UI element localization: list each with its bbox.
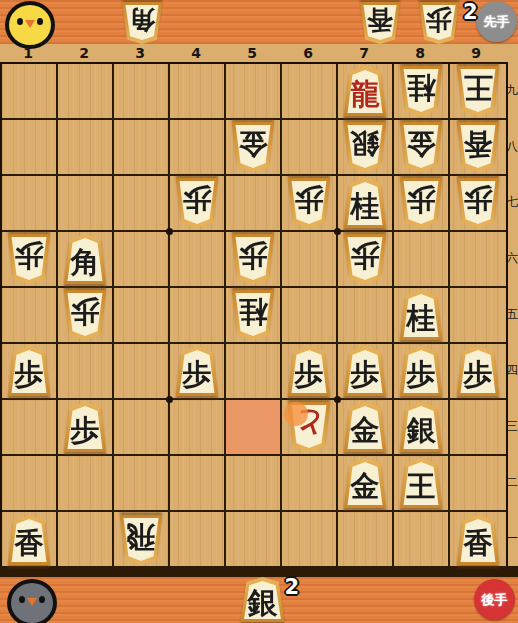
piece-kanji: 歩 [351, 360, 380, 389]
piece-kanji: 歩 [15, 360, 44, 389]
board-cell-8九[interactable]: 桂 [394, 64, 450, 120]
shogi-piece-香[interactable]: 香 [6, 515, 52, 565]
board-cell-5一[interactable] [226, 512, 282, 568]
board-cell-1一[interactable]: 香 [2, 512, 58, 568]
board-cell-4六[interactable] [170, 232, 226, 288]
piece-kanji: 金 [407, 130, 436, 159]
piece-kanji: 香 [367, 7, 393, 33]
board-cell-7五[interactable] [338, 288, 394, 344]
piece-kanji: 香 [464, 130, 493, 159]
board-cell-5四[interactable] [226, 344, 282, 400]
board-cell-7七[interactable]: 桂 [338, 176, 394, 232]
shogi-piece-龍[interactable]: 龍 [342, 66, 388, 116]
board-cell-9九[interactable]: 王 [450, 64, 506, 120]
shogi-piece-歩[interactable]: 歩 [6, 346, 52, 396]
chick-avatar [5, 1, 55, 49]
shogi-piece-金[interactable]: 金 [342, 402, 388, 452]
piece-kanji: 金 [351, 472, 380, 501]
file-label-4: 4 [168, 45, 224, 61]
avatar-beak [27, 598, 37, 606]
board-cell-5八[interactable]: 金 [226, 120, 282, 176]
shogi-piece-王[interactable]: 王 [398, 458, 444, 508]
piece-kanji: 飛 [127, 523, 156, 552]
file-label-6: 6 [280, 45, 336, 61]
board-cell-6九[interactable] [282, 64, 338, 120]
last-move-marker [284, 402, 308, 426]
board-cell-2八[interactable] [58, 120, 114, 176]
file-label-1: 1 [0, 45, 56, 61]
shogi-piece-桂[interactable]: 桂 [398, 66, 444, 116]
board-cell-9六[interactable] [450, 232, 506, 288]
board-cell-2九[interactable] [58, 64, 114, 120]
piece-kanji: 銀 [407, 416, 436, 445]
piece-kanji: 王 [464, 74, 493, 103]
file-label-3: 3 [112, 45, 168, 61]
shogi-piece-歩[interactable]: 歩 [455, 178, 501, 228]
piece-kanji: 桂 [351, 192, 380, 221]
board-cell-7三[interactable]: 金 [338, 400, 394, 456]
shogi-app: 角香歩2 先手 123456789 九八七六五四三二一 龍桂王金銀金香歩歩桂歩歩… [0, 0, 518, 623]
board-cell-3六[interactable] [114, 232, 170, 288]
board-cell-1五[interactable] [2, 288, 58, 344]
board-cell-1三[interactable] [2, 400, 58, 456]
shogi-piece-香[interactable]: 香 [455, 122, 501, 172]
board-cell-6四[interactable]: 歩 [282, 344, 338, 400]
gote-badge: 後手 [474, 579, 515, 620]
piece-kanji: 歩 [15, 242, 44, 271]
shogi-piece-香[interactable]: 香 [358, 2, 402, 44]
shogi-piece-歩[interactable]: 歩 [398, 178, 444, 228]
piece-kanji: 歩 [71, 416, 100, 445]
shogi-piece-歩[interactable]: 歩 [62, 290, 108, 340]
shogi-piece-歩[interactable]: 歩 [286, 346, 332, 396]
board-cell-7二[interactable]: 金 [338, 456, 394, 512]
shogi-piece-金[interactable]: 金 [398, 122, 444, 172]
board-cell-4八[interactable] [170, 120, 226, 176]
shogi-piece-桂[interactable]: 桂 [230, 290, 276, 340]
board-cell-6一[interactable] [282, 512, 338, 568]
board-cell-3九[interactable] [114, 64, 170, 120]
file-label-5: 5 [224, 45, 280, 61]
board-cell-5六[interactable]: 歩 [226, 232, 282, 288]
board-cell-6七[interactable]: 歩 [282, 176, 338, 232]
board-cell-7八[interactable]: 銀 [338, 120, 394, 176]
board-cell-1九[interactable] [2, 64, 58, 120]
piece-kanji: 歩 [183, 360, 212, 389]
piece-kanji: 桂 [407, 74, 436, 103]
hand-count: 2 [285, 575, 300, 599]
file-label-8: 8 [392, 45, 448, 61]
board-cell-7六[interactable]: 歩 [338, 232, 394, 288]
piece-kanji: 桂 [239, 298, 268, 327]
board-cell-9三[interactable] [450, 400, 506, 456]
hoshi-dot [334, 396, 341, 403]
avatar-beak [25, 20, 35, 28]
board-cell-1八[interactable] [2, 120, 58, 176]
piece-kanji: 龍 [351, 80, 380, 109]
board-cell-3七[interactable] [114, 176, 170, 232]
avatar-eye [39, 596, 45, 603]
board-cell-7四[interactable]: 歩 [338, 344, 394, 400]
shogi-piece-歩[interactable]: 歩 [230, 234, 276, 284]
piece-kanji: 王 [407, 472, 436, 501]
board-cell-4三[interactable] [170, 400, 226, 456]
dove-avatar [7, 579, 57, 623]
board-cell-1二[interactable] [2, 456, 58, 512]
shogi-piece-金[interactable]: 金 [342, 458, 388, 508]
hand-count: 2 [463, 0, 478, 24]
shogi-piece-歩[interactable]: 歩 [174, 178, 220, 228]
board-cell-4二[interactable] [170, 456, 226, 512]
board-cell-1七[interactable] [2, 176, 58, 232]
file-label-9: 9 [448, 45, 504, 61]
board-cell-1六[interactable]: 歩 [2, 232, 58, 288]
board-cell-2六[interactable]: 角 [58, 232, 114, 288]
board-cell-3八[interactable] [114, 120, 170, 176]
shogi-piece-香[interactable]: 香 [455, 515, 501, 565]
piece-kanji: 金 [351, 416, 380, 445]
piece-kanji: 歩 [239, 242, 268, 271]
piece-kanji: 歩 [295, 360, 324, 389]
shogi-piece-歩[interactable]: 歩 [398, 346, 444, 396]
shogi-piece-歩[interactable]: 歩 [286, 178, 332, 228]
board-cell-8六[interactable] [394, 232, 450, 288]
file-labels: 123456789 [0, 44, 506, 62]
piece-kanji: 香 [15, 529, 44, 558]
board-cell-4五[interactable] [170, 288, 226, 344]
board-cell-3二[interactable] [114, 456, 170, 512]
shogi-piece-銀[interactable]: 銀 [342, 122, 388, 172]
board-cell-2三[interactable]: 歩 [58, 400, 114, 456]
board-cell-4七[interactable]: 歩 [170, 176, 226, 232]
shogi-piece-歩[interactable]: 歩 [6, 234, 52, 284]
hoshi-dot [334, 228, 341, 235]
board-grid: 龍桂王金銀金香歩歩桂歩歩歩角歩歩歩桂桂歩歩歩歩歩歩歩と金銀金王香飛香 [0, 62, 508, 570]
board-cell-7一[interactable] [338, 512, 394, 568]
file-label-2: 2 [56, 45, 112, 61]
board-cell-9一[interactable]: 香 [450, 512, 506, 568]
board-cell-5二[interactable] [226, 456, 282, 512]
shogi-piece-歩[interactable]: 歩 [174, 346, 220, 396]
shogi-piece-王[interactable]: 王 [455, 66, 501, 116]
piece-kanji: 銀 [351, 130, 380, 159]
board-cell-9七[interactable]: 歩 [450, 176, 506, 232]
board-cell-8八[interactable]: 金 [394, 120, 450, 176]
piece-kanji: 角 [71, 248, 100, 277]
shogi-piece-歩[interactable]: 歩 [455, 346, 501, 396]
board-cell-8三[interactable]: 銀 [394, 400, 450, 456]
avatar-eye [17, 18, 23, 25]
board-bottom-edge [0, 566, 518, 577]
board-cell-2二[interactable] [58, 456, 114, 512]
board-cell-2七[interactable] [58, 176, 114, 232]
piece-kanji: 歩 [183, 186, 212, 215]
piece-kanji: 歩 [464, 360, 493, 389]
piece-kanji: 歩 [351, 242, 380, 271]
board-cell-6六[interactable] [282, 232, 338, 288]
board-cell-3四[interactable] [114, 344, 170, 400]
board-cell-2一[interactable] [58, 512, 114, 568]
piece-kanji: 桂 [407, 304, 436, 333]
shogi-piece-桂[interactable]: 桂 [342, 178, 388, 228]
shogi-piece-飛[interactable]: 飛 [118, 515, 164, 565]
shogi-piece-歩[interactable]: 歩 [342, 234, 388, 284]
board-cell-8五[interactable]: 桂 [394, 288, 450, 344]
piece-kanji: 角 [129, 7, 155, 33]
board-cell-8二[interactable]: 王 [394, 456, 450, 512]
board-cell-7九[interactable]: 龍 [338, 64, 394, 120]
shogi-piece-歩[interactable]: 歩 [342, 346, 388, 396]
board-cell-2四[interactable] [58, 344, 114, 400]
piece-kanji: 歩 [71, 298, 100, 327]
board-cell-4一[interactable] [170, 512, 226, 568]
piece-kanji: 金 [239, 130, 268, 159]
bottom-player-bar: 銀2 後手 [0, 577, 518, 623]
board-cell-3一[interactable]: 飛 [114, 512, 170, 568]
board-cell-1四[interactable]: 歩 [2, 344, 58, 400]
piece-kanji: 歩 [426, 7, 452, 33]
hoshi-dot [166, 396, 173, 403]
board-cell-3三[interactable] [114, 400, 170, 456]
shogi-piece-金[interactable]: 金 [230, 122, 276, 172]
board-cell-9二[interactable] [450, 456, 506, 512]
shogi-piece-歩[interactable]: 歩 [62, 402, 108, 452]
board-cell-6三[interactable]: と [282, 400, 338, 456]
board-cell-9五[interactable] [450, 288, 506, 344]
hoshi-dot [166, 228, 173, 235]
piece-kanji: 歩 [295, 186, 324, 215]
board-cell-8四[interactable]: 歩 [394, 344, 450, 400]
board-cell-8一[interactable] [394, 512, 450, 568]
shogi-piece-角[interactable]: 角 [62, 234, 108, 284]
shogi-piece-歩[interactable]: 歩 [417, 2, 461, 44]
board-cell-2五[interactable]: 歩 [58, 288, 114, 344]
board-cell-8七[interactable]: 歩 [394, 176, 450, 232]
board-cell-6八[interactable] [282, 120, 338, 176]
shogi-piece-角[interactable]: 角 [120, 2, 164, 44]
sente-badge: 先手 [476, 1, 517, 42]
shogi-piece-桂[interactable]: 桂 [398, 290, 444, 340]
piece-kanji: 銀 [248, 588, 278, 618]
board-cell-4四[interactable]: 歩 [170, 344, 226, 400]
piece-kanji: 香 [464, 529, 493, 558]
board-cell-9八[interactable]: 香 [450, 120, 506, 176]
top-player-bar: 角香歩2 先手 [0, 0, 518, 44]
board-cell-5七[interactable] [226, 176, 282, 232]
board-cell-4九[interactable] [170, 64, 226, 120]
avatar-eye [19, 596, 25, 603]
board-cell-5三[interactable] [226, 400, 282, 456]
board-cell-9四[interactable]: 歩 [450, 344, 506, 400]
piece-kanji: 歩 [407, 186, 436, 215]
shogi-piece-銀[interactable]: 銀 [239, 577, 287, 622]
board-cell-6二[interactable] [282, 456, 338, 512]
piece-kanji: 歩 [407, 360, 436, 389]
board-cell-5九[interactable] [226, 64, 282, 120]
file-label-7: 7 [336, 45, 392, 61]
piece-kanji: 歩 [464, 186, 493, 215]
shogi-piece-銀[interactable]: 銀 [398, 402, 444, 452]
board-cell-5五[interactable]: 桂 [226, 288, 282, 344]
avatar-eye [37, 18, 43, 25]
board-cell-3五[interactable] [114, 288, 170, 344]
board-cell-6五[interactable] [282, 288, 338, 344]
